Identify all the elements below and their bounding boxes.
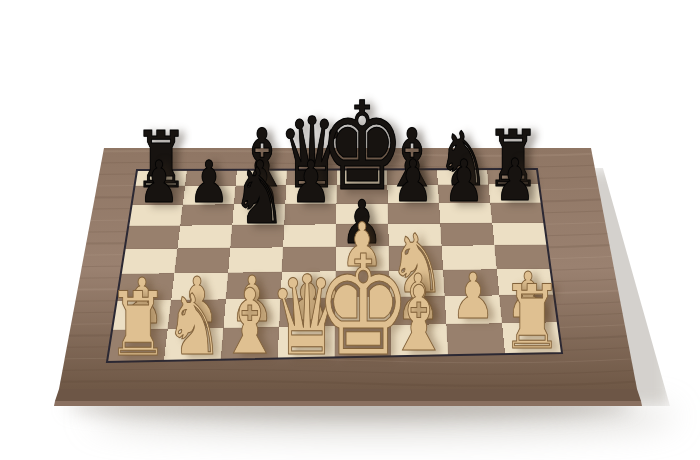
piece-white-rook-a1[interactable]: ♜ — [107, 281, 169, 369]
piece-white-rook-h1[interactable]: ♜ — [501, 274, 563, 362]
piece-white-knight-b1[interactable]: ♞ — [165, 283, 224, 367]
piece-black-pawn-a7[interactable]: ♟ — [138, 154, 178, 212]
piece-black-knight-c6[interactable]: ♞ — [232, 158, 286, 235]
piece-black-pawn-h7[interactable]: ♟ — [495, 152, 535, 210]
piece-black-pawn-g7[interactable]: ♟ — [444, 153, 484, 211]
piece-white-bishop-f1[interactable]: ♝ — [388, 274, 451, 364]
piece-black-pawn-f7[interactable]: ♟ — [393, 153, 433, 211]
page-background: { "game": "chess", "scene": { "descripti… — [0, 0, 700, 460]
piece-black-pawn-d7[interactable]: ♟ — [291, 154, 331, 212]
piece-white-pawn-g2[interactable]: ♟ — [451, 265, 495, 328]
piece-black-pawn-b7[interactable]: ♟ — [189, 154, 229, 212]
pieces-layer: ♜♝♛♚♝♞♜♟♟♟♟♟♟♟♞♟♟♞♟♟♟♟♟♟♟♜♞♝♛♚♝♜ — [0, 0, 700, 460]
